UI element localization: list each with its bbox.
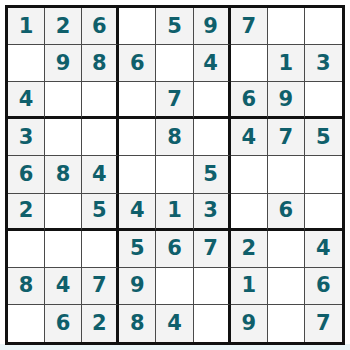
cell-r5c2[interactable]: 8 (45, 156, 82, 193)
cell-r1c8[interactable] (268, 8, 305, 45)
cell-r2c6[interactable]: 4 (194, 45, 231, 82)
cell-r1c6[interactable]: 9 (194, 8, 231, 45)
cell-r4c7[interactable]: 4 (231, 119, 268, 156)
cell-r5c7[interactable] (231, 156, 268, 193)
cell-r8c9[interactable]: 6 (305, 268, 342, 305)
cell-r2c3[interactable]: 8 (82, 45, 119, 82)
cell-r4c8[interactable]: 7 (268, 119, 305, 156)
cell-r5c3[interactable]: 4 (82, 156, 119, 193)
cell-r5c1[interactable]: 6 (8, 156, 45, 193)
cell-r3c2[interactable] (45, 82, 82, 119)
cell-r3c4[interactable] (119, 82, 156, 119)
cell-r1c4[interactable] (119, 8, 156, 45)
cell-r6c7[interactable] (231, 194, 268, 231)
cell-r1c3[interactable]: 6 (82, 8, 119, 45)
cell-r4c3[interactable] (82, 119, 119, 156)
cell-r2c5[interactable] (156, 45, 193, 82)
cell-r8c5[interactable] (156, 268, 193, 305)
cell-r7c8[interactable] (268, 231, 305, 268)
cell-r9c4[interactable]: 8 (119, 305, 156, 342)
cell-r7c2[interactable] (45, 231, 82, 268)
cell-r5c4[interactable] (119, 156, 156, 193)
sudoku-board: 1265979864134769384756845254136567248479… (5, 5, 345, 345)
cell-r8c8[interactable] (268, 268, 305, 305)
cell-r3c9[interactable] (305, 82, 342, 119)
cell-r6c2[interactable] (45, 194, 82, 231)
cell-r8c1[interactable]: 8 (8, 268, 45, 305)
cell-r6c9[interactable] (305, 194, 342, 231)
cell-r6c6[interactable]: 3 (194, 194, 231, 231)
cell-r6c5[interactable]: 1 (156, 194, 193, 231)
cell-r3c6[interactable] (194, 82, 231, 119)
cell-r8c2[interactable]: 4 (45, 268, 82, 305)
cell-r9c1[interactable] (8, 305, 45, 342)
cell-r4c5[interactable]: 8 (156, 119, 193, 156)
cell-r9c2[interactable]: 6 (45, 305, 82, 342)
cell-r4c6[interactable] (194, 119, 231, 156)
cell-r2c2[interactable]: 9 (45, 45, 82, 82)
cell-r2c7[interactable] (231, 45, 268, 82)
cell-r2c4[interactable]: 6 (119, 45, 156, 82)
cell-r9c8[interactable] (268, 305, 305, 342)
cell-r7c5[interactable]: 6 (156, 231, 193, 268)
cell-r3c1[interactable]: 4 (8, 82, 45, 119)
cell-r8c6[interactable] (194, 268, 231, 305)
cell-r4c4[interactable] (119, 119, 156, 156)
cell-r9c9[interactable]: 7 (305, 305, 342, 342)
cell-r6c3[interactable]: 5 (82, 194, 119, 231)
cell-r9c7[interactable]: 9 (231, 305, 268, 342)
page: 1265979864134769384756845254136567248479… (0, 0, 350, 350)
cell-r8c7[interactable]: 1 (231, 268, 268, 305)
cell-r1c2[interactable]: 2 (45, 8, 82, 45)
cell-r2c9[interactable]: 3 (305, 45, 342, 82)
cell-r8c4[interactable]: 9 (119, 268, 156, 305)
cell-r7c6[interactable]: 7 (194, 231, 231, 268)
cell-r4c2[interactable] (45, 119, 82, 156)
cell-r9c6[interactable] (194, 305, 231, 342)
cell-r9c5[interactable]: 4 (156, 305, 193, 342)
cell-r7c4[interactable]: 5 (119, 231, 156, 268)
cell-r1c7[interactable]: 7 (231, 8, 268, 45)
cell-r7c7[interactable]: 2 (231, 231, 268, 268)
cell-r5c8[interactable] (268, 156, 305, 193)
cell-r5c5[interactable] (156, 156, 193, 193)
cell-r3c8[interactable]: 9 (268, 82, 305, 119)
cell-r8c3[interactable]: 7 (82, 268, 119, 305)
cell-r6c1[interactable]: 2 (8, 194, 45, 231)
cell-r6c8[interactable]: 6 (268, 194, 305, 231)
cell-r1c9[interactable] (305, 8, 342, 45)
cell-r7c9[interactable]: 4 (305, 231, 342, 268)
cell-r3c5[interactable]: 7 (156, 82, 193, 119)
cell-r4c9[interactable]: 5 (305, 119, 342, 156)
cell-r7c1[interactable] (8, 231, 45, 268)
cell-r1c5[interactable]: 5 (156, 8, 193, 45)
cell-r3c7[interactable]: 6 (231, 82, 268, 119)
cell-r9c3[interactable]: 2 (82, 305, 119, 342)
cell-r3c3[interactable] (82, 82, 119, 119)
cell-r1c1[interactable]: 1 (8, 8, 45, 45)
cell-r4c1[interactable]: 3 (8, 119, 45, 156)
cell-r5c6[interactable]: 5 (194, 156, 231, 193)
cell-r7c3[interactable] (82, 231, 119, 268)
cell-r5c9[interactable] (305, 156, 342, 193)
cell-r2c8[interactable]: 1 (268, 45, 305, 82)
cell-r6c4[interactable]: 4 (119, 194, 156, 231)
cell-r2c1[interactable] (8, 45, 45, 82)
